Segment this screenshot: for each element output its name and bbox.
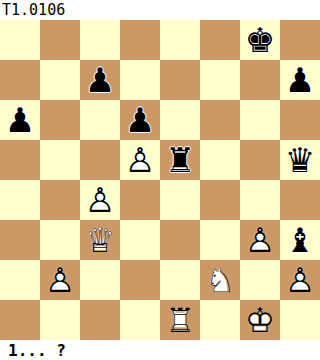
puzzle-id: T1.0106	[2, 1, 65, 19]
white-pawn-icon: ♟♙	[80, 180, 120, 220]
square-g1[interactable]: ♚♔	[240, 300, 280, 340]
white-pawn-icon: ♟♙	[40, 260, 80, 300]
square-c4[interactable]: ♟♙	[80, 180, 120, 220]
square-f2[interactable]: ♞♘	[200, 260, 240, 300]
square-b6[interactable]	[40, 100, 80, 140]
square-f4[interactable]	[200, 180, 240, 220]
square-h3[interactable]: ♝	[280, 220, 320, 260]
title-bar: T1.0106	[0, 0, 320, 20]
chess-board: ♚♟♟♟♟♟♙♜♛♟♙♛♕♟♙♝♟♙♞♘♟♙♜♖♚♔	[0, 20, 320, 340]
square-e1[interactable]: ♜♖	[160, 300, 200, 340]
square-c3[interactable]: ♛♕	[80, 220, 120, 260]
square-c2[interactable]	[80, 260, 120, 300]
white-king-icon: ♚♔	[240, 300, 280, 340]
square-h1[interactable]	[280, 300, 320, 340]
white-rook-icon: ♜♖	[160, 300, 200, 340]
square-c8[interactable]	[80, 20, 120, 60]
square-f7[interactable]	[200, 60, 240, 100]
square-a4[interactable]	[0, 180, 40, 220]
white-knight-icon: ♞♘	[200, 260, 240, 300]
square-a5[interactable]	[0, 140, 40, 180]
black-king-icon: ♚	[240, 20, 280, 60]
white-queen-icon: ♛♕	[80, 220, 120, 260]
square-d4[interactable]	[120, 180, 160, 220]
square-e5[interactable]: ♜	[160, 140, 200, 180]
black-pawn-icon: ♟	[280, 60, 320, 100]
black-pawn-icon: ♟	[80, 60, 120, 100]
square-c5[interactable]	[80, 140, 120, 180]
square-e4[interactable]	[160, 180, 200, 220]
square-b4[interactable]	[40, 180, 80, 220]
square-g6[interactable]	[240, 100, 280, 140]
square-b2[interactable]: ♟♙	[40, 260, 80, 300]
square-e7[interactable]	[160, 60, 200, 100]
square-h8[interactable]	[280, 20, 320, 60]
square-f8[interactable]	[200, 20, 240, 60]
square-b3[interactable]	[40, 220, 80, 260]
square-h6[interactable]	[280, 100, 320, 140]
square-b7[interactable]	[40, 60, 80, 100]
square-b5[interactable]	[40, 140, 80, 180]
black-pawn-icon: ♟	[120, 100, 160, 140]
square-d7[interactable]	[120, 60, 160, 100]
square-f6[interactable]	[200, 100, 240, 140]
square-e3[interactable]	[160, 220, 200, 260]
square-g8[interactable]: ♚	[240, 20, 280, 60]
square-g7[interactable]	[240, 60, 280, 100]
square-d2[interactable]	[120, 260, 160, 300]
square-g3[interactable]: ♟♙	[240, 220, 280, 260]
black-rook-icon: ♜	[160, 140, 200, 180]
square-h4[interactable]	[280, 180, 320, 220]
black-queen-icon: ♛	[280, 140, 320, 180]
square-h5[interactable]: ♛	[280, 140, 320, 180]
square-a1[interactable]	[0, 300, 40, 340]
square-d1[interactable]	[120, 300, 160, 340]
square-h2[interactable]: ♟♙	[280, 260, 320, 300]
square-d8[interactable]	[120, 20, 160, 60]
black-bishop-icon: ♝	[280, 220, 320, 260]
square-a2[interactable]	[0, 260, 40, 300]
square-a3[interactable]	[0, 220, 40, 260]
square-d5[interactable]: ♟♙	[120, 140, 160, 180]
square-c6[interactable]	[80, 100, 120, 140]
caption-bar: 1... ?	[0, 340, 320, 360]
square-b8[interactable]	[40, 20, 80, 60]
square-d6[interactable]: ♟	[120, 100, 160, 140]
square-e6[interactable]	[160, 100, 200, 140]
move-prompt: 1... ?	[8, 341, 66, 360]
square-f5[interactable]	[200, 140, 240, 180]
square-c7[interactable]: ♟	[80, 60, 120, 100]
square-a7[interactable]	[0, 60, 40, 100]
square-a8[interactable]	[0, 20, 40, 60]
square-g4[interactable]	[240, 180, 280, 220]
square-g5[interactable]	[240, 140, 280, 180]
white-pawn-icon: ♟♙	[280, 260, 320, 300]
square-e2[interactable]	[160, 260, 200, 300]
square-b1[interactable]	[40, 300, 80, 340]
square-f1[interactable]	[200, 300, 240, 340]
square-a6[interactable]: ♟	[0, 100, 40, 140]
square-f3[interactable]	[200, 220, 240, 260]
square-e8[interactable]	[160, 20, 200, 60]
square-d3[interactable]	[120, 220, 160, 260]
square-g2[interactable]	[240, 260, 280, 300]
square-c1[interactable]	[80, 300, 120, 340]
black-pawn-icon: ♟	[0, 100, 40, 140]
white-pawn-icon: ♟♙	[240, 220, 280, 260]
square-h7[interactable]: ♟	[280, 60, 320, 100]
white-pawn-icon: ♟♙	[120, 140, 160, 180]
